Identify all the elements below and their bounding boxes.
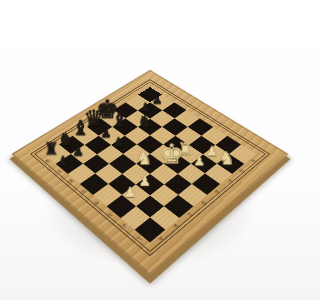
file-label-d: D: [200, 200, 207, 205]
rank-label-1: 1: [136, 236, 143, 242]
piece-black-pawn[interactable]: ♟: [152, 93, 163, 105]
piece-black-bishop[interactable]: ♝: [71, 119, 89, 139]
square-c3[interactable]: ♟: [136, 174, 164, 195]
file-label-a: A: [157, 236, 164, 242]
file-label-e: E: [213, 189, 219, 194]
piece-black-knight[interactable]: ♞: [137, 113, 152, 130]
piece-white-pawn[interactable]: ♟: [206, 145, 218, 158]
piece-black-pawn[interactable]: ♟: [101, 126, 112, 139]
piece-white-pawn[interactable]: ♟: [193, 154, 205, 167]
rank-label-4: 4: [94, 200, 100, 205]
rank-label-8: 8: [44, 158, 50, 162]
rank-label-7: 7: [56, 168, 62, 172]
piece-black-bishop[interactable]: ♝: [111, 110, 129, 130]
file-label-h: H: [250, 158, 256, 163]
rank-label-5: 5: [81, 189, 87, 194]
file-label-c: C: [186, 211, 193, 216]
rank-label-2: 2: [121, 223, 127, 228]
piece-white-pawn[interactable]: ♟: [124, 185, 137, 199]
rank-label-3: 3: [107, 212, 113, 217]
file-label-g: G: [238, 168, 245, 173]
piece-white-pawn[interactable]: ♟: [138, 174, 150, 188]
piece-white-king[interactable]: ♚: [160, 140, 185, 168]
file-label-b: B: [172, 223, 179, 228]
piece-white-knight[interactable]: ♞: [137, 149, 154, 167]
rank-label-6: 6: [68, 179, 74, 184]
piece-black-pawn[interactable]: ♟: [72, 145, 84, 158]
piece-white-knight[interactable]: ♞: [218, 149, 235, 167]
photo-scene: ABCDEFGH 12345678 ♟♟♟♞♞♜♟♚♝♚♛♟♟♞♝♟♞♟♟♜♟: [0, 0, 300, 300]
piece-black-pawn[interactable]: ♟: [113, 135, 125, 148]
file-label-f: F: [226, 179, 232, 183]
piece-black-pawn[interactable]: ♟: [57, 154, 69, 167]
